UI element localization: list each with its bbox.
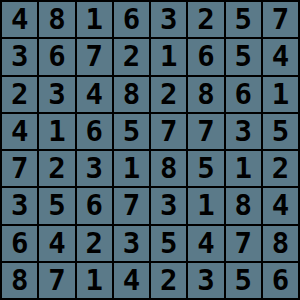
grid-cell[interactable]: 3: [188, 263, 223, 298]
number-grid-board: 4816325736721654234828614165773572318512…: [0, 0, 300, 300]
grid-cell[interactable]: 4: [188, 226, 223, 261]
grid-cell[interactable]: 3: [39, 77, 74, 112]
grid-cell[interactable]: 5: [226, 39, 261, 74]
grid-cell[interactable]: 5: [263, 114, 298, 149]
grid-cell[interactable]: 4: [39, 226, 74, 261]
grid-cell[interactable]: 3: [2, 188, 37, 223]
grid-cell[interactable]: 2: [263, 151, 298, 186]
grid-cell[interactable]: 4: [77, 77, 112, 112]
grid-cell[interactable]: 6: [77, 114, 112, 149]
grid-cell[interactable]: 2: [188, 2, 223, 37]
grid-cell[interactable]: 4: [2, 114, 37, 149]
grid-cell[interactable]: 1: [39, 114, 74, 149]
grid-cell[interactable]: 1: [77, 263, 112, 298]
grid-cell[interactable]: 1: [77, 2, 112, 37]
grid-cell[interactable]: 1: [114, 151, 149, 186]
grid-cell[interactable]: 8: [151, 151, 186, 186]
grid-cell[interactable]: 4: [263, 188, 298, 223]
grid-cell[interactable]: 6: [263, 263, 298, 298]
grid-cell[interactable]: 7: [151, 114, 186, 149]
grid-cell[interactable]: 5: [226, 2, 261, 37]
grid-cell[interactable]: 7: [77, 39, 112, 74]
grid-cell[interactable]: 5: [151, 226, 186, 261]
grid-cell[interactable]: 2: [151, 77, 186, 112]
grid-cell[interactable]: 6: [2, 226, 37, 261]
grid-cell[interactable]: 8: [2, 263, 37, 298]
grid-cell[interactable]: 6: [77, 188, 112, 223]
grid-cell[interactable]: 6: [114, 2, 149, 37]
grid-cell[interactable]: 5: [226, 263, 261, 298]
grid-cell[interactable]: 3: [151, 188, 186, 223]
grid-cell[interactable]: 7: [2, 151, 37, 186]
grid-cell[interactable]: 5: [39, 188, 74, 223]
grid-cell[interactable]: 1: [188, 188, 223, 223]
grid-cell[interactable]: 8: [226, 188, 261, 223]
grid-cell[interactable]: 7: [188, 114, 223, 149]
grid-cell[interactable]: 4: [263, 39, 298, 74]
grid-cell[interactable]: 5: [188, 151, 223, 186]
grid-cell[interactable]: 3: [114, 226, 149, 261]
grid-cell[interactable]: 4: [114, 263, 149, 298]
grid-cell[interactable]: 3: [77, 151, 112, 186]
grid-cell[interactable]: 1: [151, 39, 186, 74]
grid-cell[interactable]: 7: [114, 188, 149, 223]
grid-cell[interactable]: 8: [39, 2, 74, 37]
grid-cell[interactable]: 1: [263, 77, 298, 112]
grid-cell[interactable]: 3: [2, 39, 37, 74]
grid-cell[interactable]: 7: [39, 263, 74, 298]
grid-cell[interactable]: 2: [2, 77, 37, 112]
grid-cell[interactable]: 8: [188, 77, 223, 112]
grid-cell[interactable]: 2: [151, 263, 186, 298]
grid-cell[interactable]: 2: [114, 39, 149, 74]
grid-cell[interactable]: 1: [226, 151, 261, 186]
grid-cell[interactable]: 3: [151, 2, 186, 37]
grid-cell[interactable]: 7: [226, 226, 261, 261]
grid-cell[interactable]: 4: [2, 2, 37, 37]
grid-cell[interactable]: 5: [114, 114, 149, 149]
grid-cell[interactable]: 8: [263, 226, 298, 261]
grid-cell[interactable]: 2: [77, 226, 112, 261]
grid-cell[interactable]: 2: [39, 151, 74, 186]
grid-cell[interactable]: 3: [226, 114, 261, 149]
grid-cell[interactable]: 6: [188, 39, 223, 74]
grid-cell[interactable]: 6: [226, 77, 261, 112]
grid-cell[interactable]: 6: [39, 39, 74, 74]
grid-cell[interactable]: 7: [263, 2, 298, 37]
grid-cell[interactable]: 8: [114, 77, 149, 112]
